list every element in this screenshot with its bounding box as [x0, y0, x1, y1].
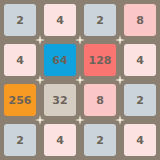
intersection-star-icon: [35, 115, 45, 125]
tile-4-r4c2: 4: [44, 124, 76, 156]
intersection-star-icon: [35, 35, 45, 45]
board-2048[interactable]: 2428464128425632822424: [0, 0, 160, 160]
tile-4-r2c1: 4: [4, 44, 36, 76]
tile-2-r1c3: 2: [84, 4, 116, 36]
tile-8-r1c4: 8: [124, 4, 156, 36]
intersection-star-icon: [75, 115, 85, 125]
tile-128-r2c3: 128: [84, 44, 116, 76]
tile-8-r3c3: 8: [84, 84, 116, 116]
tile-4-r2c4: 4: [124, 44, 156, 76]
tile-32-r3c2: 32: [44, 84, 76, 116]
tile-256-r3c1: 256: [4, 84, 36, 116]
tile-2-r1c1: 2: [4, 4, 36, 36]
intersection-star-icon: [115, 35, 125, 45]
intersection-star-icon: [115, 75, 125, 85]
intersection-star-icon: [35, 75, 45, 85]
intersection-star-icon: [75, 35, 85, 45]
intersection-star-icon: [115, 115, 125, 125]
tile-2-r3c4: 2: [124, 84, 156, 116]
tile-2-r4c3: 2: [84, 124, 116, 156]
tile-64-r2c2: 64: [44, 44, 76, 76]
tile-4-r1c2: 4: [44, 4, 76, 36]
tile-2-r4c1: 2: [4, 124, 36, 156]
tile-4-r4c4: 4: [124, 124, 156, 156]
intersection-star-icon: [75, 75, 85, 85]
